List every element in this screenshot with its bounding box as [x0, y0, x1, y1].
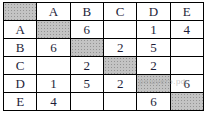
- cell-C-A: [37, 57, 69, 74]
- cell-D-E: 6: [171, 75, 203, 92]
- header-col-A: A: [37, 3, 69, 20]
- header-row-A: A: [4, 21, 36, 38]
- header-col-E: E: [171, 3, 203, 20]
- cell-E-C: [104, 93, 136, 110]
- cell-E-D: 6: [137, 93, 169, 110]
- cell-D-A: 1: [37, 75, 69, 92]
- cell-C-B: 2: [71, 57, 103, 74]
- cell-B-B: [71, 39, 103, 56]
- cell-A-B: 6: [71, 21, 103, 38]
- header-row-C: C: [4, 57, 36, 74]
- cell-B-E: [171, 39, 203, 56]
- header-row-B: B: [4, 39, 36, 56]
- cell-E-E: [171, 93, 203, 110]
- cell-E-B: [71, 93, 103, 110]
- cell-E-A: 4: [37, 93, 69, 110]
- cell-C-D: 2: [137, 57, 169, 74]
- adjacency-matrix-grid: ABCDEA614B625C22D1526E46: [3, 2, 204, 111]
- header-row-E: E: [4, 93, 36, 110]
- cell-D-C: 2: [104, 75, 136, 92]
- cell-A-C: [104, 21, 136, 38]
- distance-table-diagram: ABCDEA614B625C22D1526E46 решуегэ.рф: [0, 0, 206, 113]
- cell-A-D: 1: [137, 21, 169, 38]
- header-row-D: D: [4, 75, 36, 92]
- cell-C-C: [104, 57, 136, 74]
- header-col-B: B: [71, 3, 103, 20]
- cell-C-E: [171, 57, 203, 74]
- corner-cell: [4, 3, 36, 20]
- cell-A-E: 4: [171, 21, 203, 38]
- cell-D-D: [137, 75, 169, 92]
- cell-D-B: 5: [71, 75, 103, 92]
- cell-A-A: [37, 21, 69, 38]
- header-col-D: D: [137, 3, 169, 20]
- cell-B-A: 6: [37, 39, 69, 56]
- header-col-C: C: [104, 3, 136, 20]
- cell-B-D: 5: [137, 39, 169, 56]
- cell-B-C: 2: [104, 39, 136, 56]
